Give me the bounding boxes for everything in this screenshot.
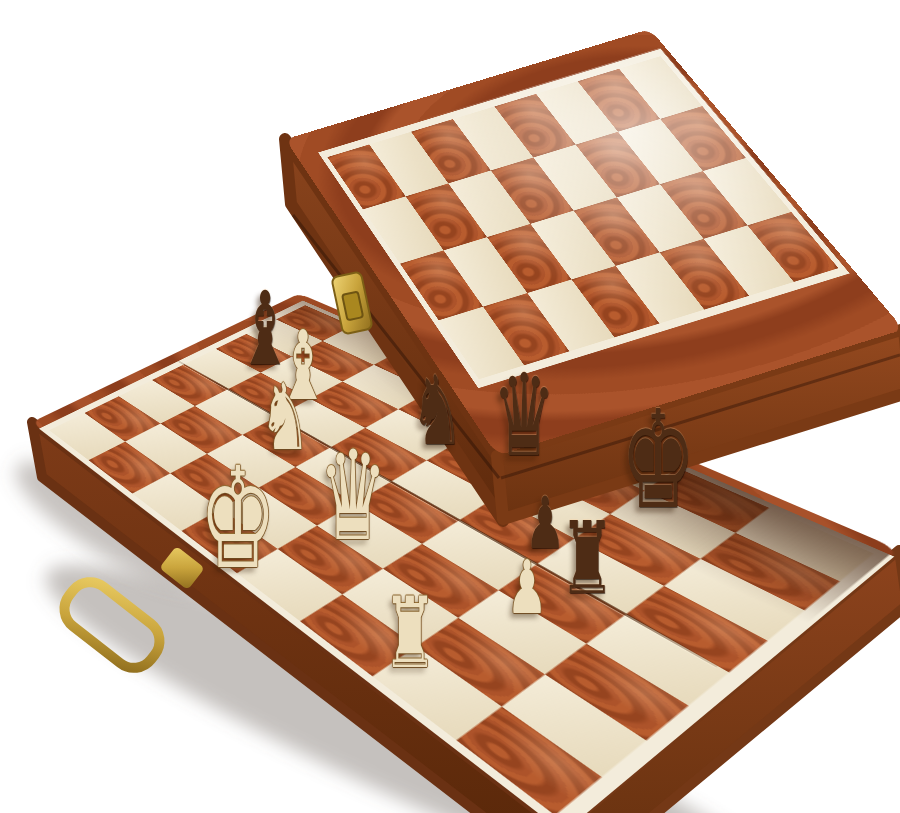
piece-white-queen-e3[interactable]: ♛	[319, 434, 388, 558]
pieces-layer: ♚♛♜♝♞♟♚♛♜♝♞♟	[0, 0, 900, 813]
piece-white-king-e1[interactable]: ♚	[199, 449, 277, 589]
piece-black-king-g7[interactable]: ♚	[620, 392, 696, 528]
piece-black-queen-e7[interactable]: ♛	[492, 359, 555, 473]
piece-black-knight-d6[interactable]: ♞	[410, 363, 463, 459]
piece-black-rook-g5[interactable]: ♜	[559, 509, 615, 609]
product-photo-stage: ♚♛♜♝♞♟♚♛♜♝♞♟	[0, 0, 900, 813]
piece-white-pawn-g3[interactable]: ♟	[506, 550, 547, 624]
piece-white-rook-g1[interactable]: ♜	[383, 584, 437, 682]
